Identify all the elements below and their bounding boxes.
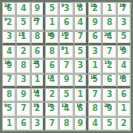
- cell-r7c3[interactable]: 144: [31, 88, 45, 102]
- cell-digit: 2: [121, 120, 127, 128]
- cell-r6c1[interactable]: 7: [2, 74, 16, 88]
- cell-r2c1[interactable]: 92: [2, 16, 16, 30]
- cage-sum: 11: [104, 60, 110, 64]
- cell-r8c4[interactable]: 103: [45, 102, 59, 116]
- cell-digit: 7: [107, 48, 113, 56]
- cell-digit: 3: [64, 5, 70, 13]
- cell-digit: 2: [6, 19, 12, 27]
- cell-r4c5[interactable]: 81: [59, 45, 73, 59]
- cell-r2c4[interactable]: 1: [45, 16, 59, 30]
- cell-r5c6[interactable]: 3: [74, 59, 88, 73]
- cage-sum: 24: [4, 3, 10, 7]
- cell-r8c9[interactable]: 1: [117, 102, 131, 116]
- cell-r5c9[interactable]: 4: [117, 59, 131, 73]
- cell-r2c2[interactable]: 5: [16, 16, 30, 30]
- cell-r9c1[interactable]: 1: [2, 117, 16, 131]
- cell-r3c8[interactable]: 204: [102, 31, 116, 45]
- cell-r3c1[interactable]: 3: [2, 31, 16, 45]
- cell-digit: 5: [64, 91, 70, 99]
- cell-r1c2[interactable]: 4: [16, 2, 30, 16]
- cell-r3c2[interactable]: 111: [16, 31, 30, 45]
- cell-r5c4[interactable]: 6: [45, 59, 59, 73]
- cell-r7c8[interactable]: 3: [102, 88, 116, 102]
- cell-r5c2[interactable]: 8: [16, 59, 30, 73]
- cell-r3c6[interactable]: 7: [74, 31, 88, 45]
- cell-digit: 1: [107, 5, 113, 13]
- cell-r7c6[interactable]: 1: [74, 88, 88, 102]
- cell-r4c9[interactable]: 139: [117, 45, 131, 59]
- cell-digit: 7: [49, 120, 55, 128]
- cell-r1c7[interactable]: 122: [88, 2, 102, 16]
- cell-r7c9[interactable]: 6: [117, 88, 131, 102]
- cell-r1c9[interactable]: 187: [117, 2, 131, 16]
- cell-r2c5[interactable]: 6: [59, 16, 73, 30]
- cage-sum: 16: [4, 60, 10, 64]
- cage-sum: 15: [119, 75, 125, 79]
- cage-sum: 9: [4, 103, 7, 107]
- cell-digit: 7: [78, 33, 84, 41]
- cell-digit: 4: [92, 120, 98, 128]
- cell-digit: 9: [21, 91, 27, 99]
- cell-digit: 4: [121, 62, 127, 70]
- cage-sum: 20: [104, 103, 110, 107]
- cell-digit: 1: [121, 105, 127, 113]
- cell-digit: 8: [21, 62, 27, 70]
- cell-digit: 2: [49, 91, 55, 99]
- cell-digit: 6: [121, 91, 127, 99]
- cage-sum: 13: [76, 103, 82, 107]
- cell-r6c9[interactable]: 158: [117, 74, 131, 88]
- cell-digit: 6: [107, 76, 113, 84]
- cage-sum: 9: [4, 17, 7, 21]
- cell-digit: 9: [78, 120, 84, 128]
- cell-r8c5[interactable]: 124: [59, 102, 73, 116]
- cell-r6c6[interactable]: 2: [74, 74, 88, 88]
- cell-digit: 5: [21, 19, 27, 27]
- cell-r4c6[interactable]: 5: [74, 45, 88, 59]
- cell-r6c2[interactable]: 3: [16, 74, 30, 88]
- cell-digit: 3: [78, 62, 84, 70]
- cage-sum: 14: [33, 89, 39, 93]
- cell-r9c8[interactable]: 5: [102, 117, 116, 131]
- cell-r5c3[interactable]: 255: [31, 59, 45, 73]
- cell-r2c3[interactable]: 217: [31, 16, 45, 30]
- cell-r7c4[interactable]: 2: [45, 88, 59, 102]
- cell-digit: 7: [92, 91, 98, 99]
- killer-sudoku-board: 2464959313812211879252171649833111830915…: [0, 0, 133, 133]
- cage-sum: 12: [61, 103, 67, 107]
- cage-sum: 8: [61, 46, 64, 50]
- cell-digit: 6: [35, 48, 41, 56]
- cell-digit: 1: [35, 76, 41, 84]
- cell-r9c9[interactable]: 2: [117, 117, 131, 131]
- cell-r8c8[interactable]: 209: [102, 102, 116, 116]
- cell-r6c4[interactable]: 174: [45, 74, 59, 88]
- cage-sum: 18: [119, 3, 125, 7]
- cell-r6c5[interactable]: 9: [59, 74, 73, 88]
- cell-r3c5[interactable]: 152: [59, 31, 73, 45]
- cell-r4c8[interactable]: 7: [102, 45, 116, 59]
- cell-r2c7[interactable]: 9: [88, 16, 102, 30]
- cell-digit: 1: [6, 120, 12, 128]
- cell-r2c9[interactable]: 3: [117, 16, 131, 30]
- cell-digit: 4: [78, 19, 84, 27]
- cell-digit: 9: [92, 19, 98, 27]
- cell-r7c7[interactable]: 7: [88, 88, 102, 102]
- cell-digit: 6: [92, 33, 98, 41]
- cell-digit: 4: [21, 5, 27, 13]
- cell-r1c5[interactable]: 93: [59, 2, 73, 16]
- cell-r9c5[interactable]: 8: [59, 117, 73, 131]
- cell-digit: 2: [78, 76, 84, 84]
- cell-r8c3[interactable]: 112: [31, 102, 45, 116]
- cell-digit: 6: [21, 120, 27, 128]
- cage-sum: 13: [76, 3, 82, 7]
- cell-digit: 3: [121, 19, 127, 27]
- cell-digit: 3: [35, 120, 41, 128]
- cell-r9c6[interactable]: 9: [74, 117, 88, 131]
- cell-r4c3[interactable]: 6: [31, 45, 45, 59]
- cell-r3c7[interactable]: 6: [88, 31, 102, 45]
- cell-digit: 1: [64, 48, 70, 56]
- cage-sum: 9: [61, 3, 64, 7]
- cell-r9c3[interactable]: 3: [31, 117, 45, 131]
- cell-r5c5[interactable]: 7: [59, 59, 73, 73]
- cell-r8c6[interactable]: 136: [74, 102, 88, 116]
- cell-digit: 1: [92, 62, 98, 70]
- cell-r3c9[interactable]: 5: [117, 31, 131, 45]
- cell-r6c7[interactable]: 165: [88, 74, 102, 88]
- cell-digit: 3: [21, 76, 27, 84]
- cell-r6c3[interactable]: 1: [31, 74, 45, 88]
- cell-digit: 4: [6, 48, 12, 56]
- cell-r5c8[interactable]: 112: [102, 59, 116, 73]
- cage-sum: 10: [47, 103, 53, 107]
- cage-sum: 12: [90, 3, 96, 7]
- cell-r9c2[interactable]: 6: [16, 117, 30, 131]
- cage-sum: 30: [47, 32, 53, 36]
- cell-digit: 9: [64, 76, 70, 84]
- cell-r8c1[interactable]: 95: [2, 102, 16, 116]
- cage-sum: 16: [90, 75, 96, 79]
- cell-r5c1[interactable]: 169: [2, 59, 16, 73]
- cell-r4c2[interactable]: 2: [16, 45, 30, 59]
- cell-r7c5[interactable]: 5: [59, 88, 73, 102]
- cell-digit: 5: [107, 120, 113, 128]
- cell-r4c7[interactable]: 3: [88, 45, 102, 59]
- cell-digit: 7: [6, 76, 12, 84]
- cell-digit: 8: [107, 19, 113, 27]
- cell-digit: 6: [49, 62, 55, 70]
- cage-sum: 11: [33, 103, 39, 107]
- cell-digit: 2: [21, 48, 27, 56]
- cell-digit: 8: [49, 48, 55, 56]
- cell-digit: 5: [78, 48, 84, 56]
- cell-r2c6[interactable]: 4: [74, 16, 88, 30]
- cell-r1c6[interactable]: 138: [74, 2, 88, 16]
- cell-r1c1[interactable]: 246: [2, 2, 16, 16]
- cell-r3c3[interactable]: 8: [31, 31, 45, 45]
- cell-r4c4[interactable]: 8: [45, 45, 59, 59]
- cell-r1c8[interactable]: 1: [102, 2, 116, 16]
- cell-r9c4[interactable]: 7: [45, 117, 59, 131]
- cell-r9c7[interactable]: 4: [88, 117, 102, 131]
- cell-digit: 1: [49, 19, 55, 27]
- cell-digit: 7: [21, 105, 27, 113]
- cage-sum: 17: [47, 75, 53, 79]
- cell-r3c4[interactable]: 309: [45, 31, 59, 45]
- cell-digit: 5: [49, 5, 55, 13]
- cell-r8c2[interactable]: 7: [16, 102, 30, 116]
- cage-sum: 13: [119, 46, 125, 50]
- cell-digit: 3: [6, 33, 12, 41]
- cell-r8c7[interactable]: 8: [88, 102, 102, 116]
- cage-sum: 15: [61, 32, 67, 36]
- cell-r1c3[interactable]: 9: [31, 2, 45, 16]
- cell-digit: 8: [92, 105, 98, 113]
- cell-digit: 9: [35, 5, 41, 13]
- cell-digit: 6: [64, 19, 70, 27]
- cell-r7c2[interactable]: 9: [16, 88, 30, 102]
- cell-r6c8[interactable]: 6: [102, 74, 116, 88]
- cell-digit: 3: [107, 91, 113, 99]
- cell-digit: 8: [35, 33, 41, 41]
- cell-r7c1[interactable]: 8: [2, 88, 16, 102]
- cell-digit: 5: [121, 33, 127, 41]
- cell-r5c7[interactable]: 1: [88, 59, 102, 73]
- cage-sum: 11: [18, 32, 24, 36]
- cell-r1c4[interactable]: 5: [45, 2, 59, 16]
- cell-r4c1[interactable]: 4: [2, 45, 16, 59]
- cell-digit: 7: [64, 62, 70, 70]
- cell-digit: 8: [64, 120, 70, 128]
- cage-sum: 20: [104, 32, 110, 36]
- cell-digit: 8: [6, 91, 12, 99]
- cage-sum: 21: [33, 17, 39, 21]
- cage-sum: 25: [33, 60, 39, 64]
- cell-digit: 1: [78, 91, 84, 99]
- cell-r2c8[interactable]: 8: [102, 16, 116, 30]
- cell-digit: 3: [92, 48, 98, 56]
- cell-digit: 5: [6, 105, 12, 113]
